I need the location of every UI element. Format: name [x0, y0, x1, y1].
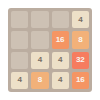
tile-4-r1c4: 4	[72, 11, 89, 28]
empty-cell-r2c1	[11, 31, 28, 48]
tile-32-r3c4: 32	[72, 52, 89, 69]
empty-cell-r1c3	[52, 11, 69, 28]
empty-cell-r3c1	[11, 52, 28, 69]
tile-16-r2c3: 16	[52, 31, 69, 48]
tile-4-r4c3: 4	[52, 72, 69, 89]
tile-8-r2c4: 8	[72, 31, 89, 48]
empty-cell-r1c2	[31, 11, 48, 28]
empty-cell-r1c1	[11, 11, 28, 28]
tile-4-r3c3: 4	[52, 52, 69, 69]
tile-8-r4c2: 8	[31, 72, 48, 89]
game-board-2048[interactable]: 4168443248416	[8, 8, 92, 92]
tile-16-r4c4: 16	[72, 72, 89, 89]
tile-4-r4c1: 4	[11, 72, 28, 89]
tile-4-r3c2: 4	[31, 52, 48, 69]
empty-cell-r2c2	[31, 31, 48, 48]
